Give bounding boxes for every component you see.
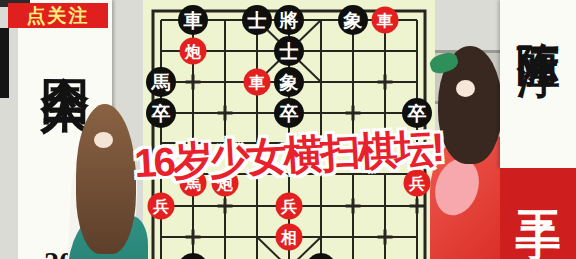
black-piece-車: 車 (178, 5, 208, 35)
black-piece-馬: 馬 (146, 67, 176, 97)
player-name: 陈丽淳 (509, 8, 567, 23)
point-marker (218, 106, 233, 121)
point-marker (186, 75, 201, 90)
point-marker (346, 199, 361, 214)
point-marker (378, 75, 393, 90)
left-panel-title: 全国个人 (32, 38, 98, 50)
black-piece-卒: 卒 (146, 98, 176, 128)
red-piece-車: 車 (372, 7, 399, 34)
black-piece-士: 士 (274, 36, 304, 66)
right-text-panel: 陈丽淳 (500, 0, 576, 168)
left-edge-dark-bar (0, 28, 9, 98)
right-girl-face (456, 80, 475, 97)
point-marker (218, 199, 233, 214)
right-red-label-text: 王子 (508, 176, 568, 194)
red-piece-兵: 兵 (148, 193, 175, 220)
red-piece-兵: 兵 (276, 193, 303, 220)
red-piece-車: 車 (244, 69, 271, 96)
point-marker (378, 230, 393, 245)
red-piece-相: 相 (276, 224, 303, 251)
point-marker (410, 199, 425, 214)
red-piece-炮: 炮 (180, 38, 207, 65)
black-piece-將: 將 (274, 5, 304, 35)
thumbnail-stage: 全国个人 20 (0, 0, 576, 259)
black-piece-象: 象 (274, 67, 304, 97)
left-girl-hair (76, 104, 136, 254)
black-piece-士: 士 (242, 5, 272, 35)
right-red-label-box: 王子 (500, 168, 576, 259)
point-marker (346, 106, 361, 121)
point-marker (186, 230, 201, 245)
left-girl-face (94, 132, 113, 148)
black-piece-象: 象 (338, 5, 368, 35)
black-piece-卒: 卒 (274, 98, 304, 128)
follow-badge-button[interactable]: 点关注 (8, 3, 108, 28)
